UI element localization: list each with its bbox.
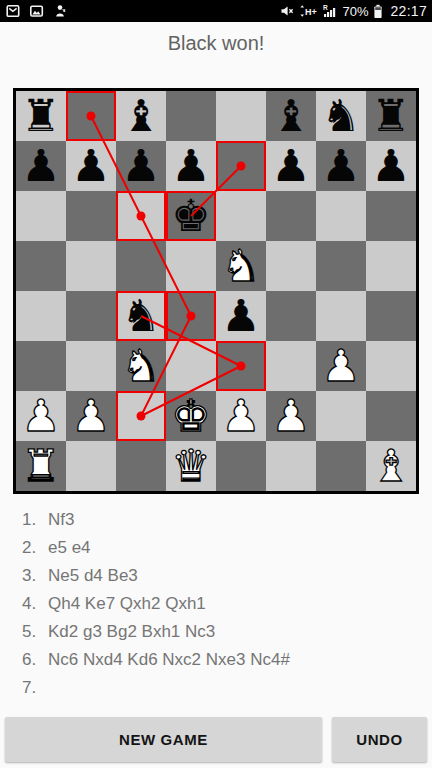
- square-d1[interactable]: ♛: [166, 441, 216, 491]
- square-d6[interactable]: ♚: [166, 191, 216, 241]
- square-h6[interactable]: [366, 191, 416, 241]
- white-pawn-piece: ♟: [266, 391, 316, 441]
- square-f6[interactable]: [266, 191, 316, 241]
- black-bishop-piece: ♝: [116, 91, 166, 141]
- square-a8[interactable]: ♜: [16, 91, 66, 141]
- square-e6[interactable]: [216, 191, 266, 241]
- square-a5[interactable]: [16, 241, 66, 291]
- square-a2[interactable]: ♟: [16, 391, 66, 441]
- app-screen: { "status_bar": { "time": "22:17", "batt…: [0, 0, 432, 768]
- move-number: 2.: [22, 534, 48, 562]
- square-g3[interactable]: ♟: [316, 341, 366, 391]
- square-g5[interactable]: [316, 241, 366, 291]
- move-row-2: 2.e5 e4: [22, 534, 432, 562]
- square-b8[interactable]: [66, 91, 116, 141]
- square-e8[interactable]: [216, 91, 266, 141]
- black-bishop-piece: ♝: [266, 91, 316, 141]
- square-e5[interactable]: ♞: [216, 241, 266, 291]
- clock-label: 22:17: [390, 3, 427, 19]
- square-c3[interactable]: ♞: [116, 341, 166, 391]
- square-b5[interactable]: [66, 241, 116, 291]
- black-pawn-piece: ♟: [16, 141, 66, 191]
- game-result-title: Black won!: [0, 22, 432, 88]
- square-g1[interactable]: [316, 441, 366, 491]
- move-number: 1.: [22, 506, 48, 534]
- move-row-4: 4.Qh4 Ke7 Qxh2 Qxh1: [22, 590, 432, 618]
- square-h2[interactable]: [366, 391, 416, 441]
- black-pawn-piece: ♟: [266, 141, 316, 191]
- white-bishop-piece: ♝: [366, 441, 416, 491]
- gallery-icon: [29, 4, 44, 18]
- move-row-6: 6.Nc6 Nxd4 Kd6 Nxc2 Nxe3 Nc4#: [22, 646, 432, 674]
- square-c6[interactable]: [116, 191, 166, 241]
- square-b4[interactable]: [66, 291, 116, 341]
- volume-muted-icon: [280, 4, 294, 18]
- white-pawn-piece: ♟: [66, 391, 116, 441]
- square-d2[interactable]: ♚: [166, 391, 216, 441]
- square-f8[interactable]: ♝: [266, 91, 316, 141]
- app-notification-icon: [53, 4, 67, 18]
- new-game-button[interactable]: NEW GAME: [5, 717, 322, 762]
- signal-roaming-icon: R: [322, 4, 337, 18]
- white-pawn-piece: ♟: [216, 391, 266, 441]
- black-rook-piece: ♜: [16, 91, 66, 141]
- square-c5[interactable]: [116, 241, 166, 291]
- white-rook-piece: ♜: [16, 441, 66, 491]
- square-f3[interactable]: [266, 341, 316, 391]
- square-a6[interactable]: [16, 191, 66, 241]
- black-pawn-piece: ♟: [366, 141, 416, 191]
- square-c1[interactable]: [116, 441, 166, 491]
- square-e2[interactable]: ♟: [216, 391, 266, 441]
- square-a4[interactable]: [16, 291, 66, 341]
- battery-icon: [373, 4, 383, 19]
- button-bar: NEW GAME UNDO: [0, 717, 432, 762]
- move-row-7: 7.: [22, 674, 432, 702]
- move-number: 3.: [22, 562, 48, 590]
- square-g2[interactable]: [316, 391, 366, 441]
- square-d8[interactable]: [166, 91, 216, 141]
- square-d4[interactable]: [166, 291, 216, 341]
- black-knight-piece: ♞: [316, 91, 366, 141]
- undo-button[interactable]: UNDO: [332, 717, 427, 762]
- white-pawn-piece: ♟: [16, 391, 66, 441]
- move-row-5: 5.Kd2 g3 Bg2 Bxh1 Nc3: [22, 618, 432, 646]
- square-f2[interactable]: ♟: [266, 391, 316, 441]
- status-notification-icons: [5, 4, 67, 18]
- square-h4[interactable]: [366, 291, 416, 341]
- black-rook-piece: ♜: [366, 91, 416, 141]
- mobile-data-hplus-icon: H+: [299, 4, 317, 18]
- square-a3[interactable]: [16, 341, 66, 391]
- black-pawn-piece: ♟: [116, 141, 166, 191]
- square-b2[interactable]: ♟: [66, 391, 116, 441]
- move-number: 5.: [22, 618, 48, 646]
- svg-text:R: R: [323, 4, 328, 11]
- move-text: Qh4 Ke7 Qxh2 Qxh1: [48, 590, 206, 618]
- square-c8[interactable]: ♝: [116, 91, 166, 141]
- square-f5[interactable]: [266, 241, 316, 291]
- square-d7[interactable]: ♟: [166, 141, 216, 191]
- square-g7[interactable]: ♟: [316, 141, 366, 191]
- square-b6[interactable]: [66, 191, 116, 241]
- square-e1[interactable]: [216, 441, 266, 491]
- white-queen-piece: ♛: [166, 441, 216, 491]
- board-grid: ♜♝♝♞♜♟♟♟♟♟♟♟♚♞♞♟♞♟♟♟♚♟♟♜♛♝: [16, 91, 416, 491]
- square-b1[interactable]: [66, 441, 116, 491]
- screenshot-icon: [5, 4, 20, 18]
- square-h7[interactable]: ♟: [366, 141, 416, 191]
- move-number: 7.: [22, 674, 48, 702]
- svg-text:H+: H+: [305, 7, 317, 17]
- white-knight-piece: ♞: [116, 341, 166, 391]
- status-system-icons: H+ R 70% 22:17: [280, 3, 427, 19]
- square-a7[interactable]: ♟: [16, 141, 66, 191]
- move-text: Kd2 g3 Bg2 Bxh1 Nc3: [48, 618, 215, 646]
- square-e7[interactable]: [216, 141, 266, 191]
- chess-board: ♜♝♝♞♜♟♟♟♟♟♟♟♚♞♞♟♞♟♟♟♚♟♟♜♛♝: [13, 88, 419, 494]
- move-number: 4.: [22, 590, 48, 618]
- black-knight-piece: ♞: [118, 293, 164, 339]
- square-g6[interactable]: [316, 191, 366, 241]
- white-knight-piece: ♞: [216, 241, 266, 291]
- square-e4[interactable]: ♟: [216, 291, 266, 341]
- square-c2[interactable]: [116, 391, 166, 441]
- square-f4[interactable]: [266, 291, 316, 341]
- black-pawn-piece: ♟: [316, 141, 366, 191]
- move-row-1: 1.Nf3: [22, 506, 432, 534]
- square-f1[interactable]: [266, 441, 316, 491]
- white-king-piece: ♚: [166, 391, 216, 441]
- square-e3[interactable]: [216, 341, 266, 391]
- square-d3[interactable]: [166, 341, 216, 391]
- move-row-3: 3.Ne5 d4 Be3: [22, 562, 432, 590]
- move-text: Nc6 Nxd4 Kd6 Nxc2 Nxe3 Nc4#: [48, 646, 290, 674]
- square-g8[interactable]: ♞: [316, 91, 366, 141]
- square-g4[interactable]: [316, 291, 366, 341]
- black-pawn-piece: ♟: [66, 141, 116, 191]
- status-bar: H+ R 70% 22:17: [0, 0, 432, 22]
- black-pawn-piece: ♟: [216, 291, 266, 341]
- square-a1[interactable]: ♜: [16, 441, 66, 491]
- square-b7[interactable]: ♟: [66, 141, 116, 191]
- battery-percent-label: 70%: [342, 4, 368, 19]
- square-h3[interactable]: [366, 341, 416, 391]
- move-list[interactable]: 1.Nf32.e5 e43.Ne5 d4 Be34.Qh4 Ke7 Qxh2 Q…: [0, 506, 432, 702]
- square-h5[interactable]: [366, 241, 416, 291]
- square-c7[interactable]: ♟: [116, 141, 166, 191]
- square-h1[interactable]: ♝: [366, 441, 416, 491]
- move-text: Ne5 d4 Be3: [48, 562, 138, 590]
- white-pawn-piece: ♟: [316, 341, 366, 391]
- black-pawn-piece: ♟: [166, 141, 216, 191]
- square-f7[interactable]: ♟: [266, 141, 316, 191]
- move-text: e5 e4: [48, 534, 91, 562]
- black-king-piece: ♚: [168, 193, 214, 239]
- square-d5[interactable]: [166, 241, 216, 291]
- move-number: 6.: [22, 646, 48, 674]
- square-c4[interactable]: ♞: [116, 291, 166, 341]
- square-b3[interactable]: [66, 341, 116, 391]
- square-h8[interactable]: ♜: [366, 91, 416, 141]
- move-text: Nf3: [48, 506, 74, 534]
